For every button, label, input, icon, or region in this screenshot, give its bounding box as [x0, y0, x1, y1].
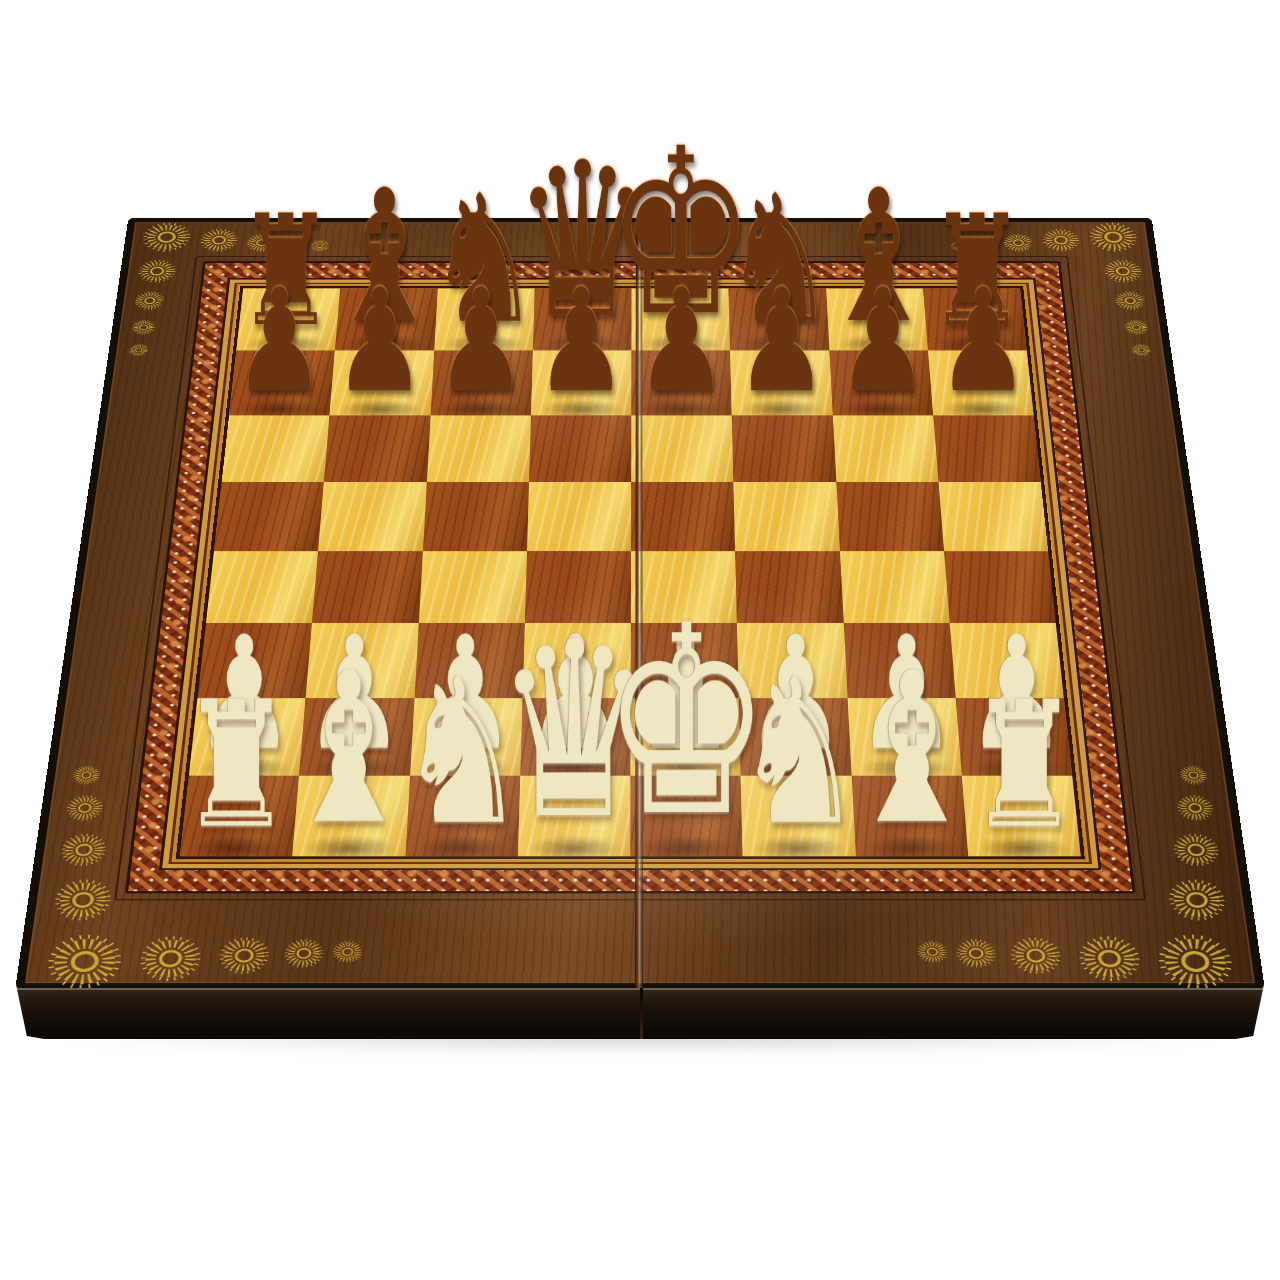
- board-top-face: ♜♝♞♛♚♞♝♜♟♟♟♟♟♟♟♟♟♟♟♟♟♟♟♟♜♝♞♛♚♞♝♜: [15, 218, 1265, 990]
- paisley-border: [125, 261, 1136, 893]
- box-front-edge: [13, 988, 1267, 1039]
- board-photo-scene: ♜♝♞♛♚♞♝♜♟♟♟♟♟♟♟♟♟♟♟♟♟♟♟♟♜♝♞♛♚♞♝♜: [0, 0, 1280, 1280]
